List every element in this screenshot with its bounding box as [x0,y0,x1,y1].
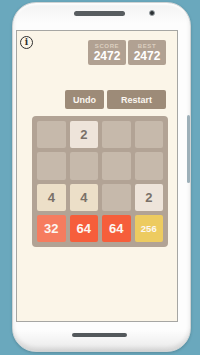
front-camera [149,10,155,16]
info-button[interactable]: i [20,36,33,49]
tile-64: 64 [102,215,131,242]
undo-button-label: Undo [73,95,96,105]
empty-cell [37,121,66,148]
tile-64: 64 [70,215,99,242]
score-box: SCORE 2472 [88,40,126,65]
restart-button[interactable]: Restart [107,90,166,109]
empty-cell [70,152,99,179]
phone-side-button [187,115,190,183]
bottom-speaker-bar [72,333,127,337]
tile-4: 4 [37,184,66,211]
game-screen: i SCORE 2472 BEST 2472 Undo Restart 2442… [16,30,178,322]
tile-4: 4 [70,184,99,211]
earpiece-speaker [74,11,125,16]
empty-cell [37,152,66,179]
empty-cell [135,121,164,148]
tile-2: 2 [135,184,164,211]
empty-cell [102,121,131,148]
empty-cell [102,184,131,211]
tile-32: 32 [37,215,66,242]
empty-cell [102,152,131,179]
info-icon: i [25,38,28,47]
game-board[interactable]: 2442326464256 [32,116,168,247]
restart-button-label: Restart [121,95,152,105]
empty-cell [135,152,164,179]
best-value: 2472 [134,50,161,62]
tile-2: 2 [70,121,99,148]
undo-button[interactable]: Undo [65,90,104,109]
app-background: i SCORE 2472 BEST 2472 Undo Restart 2442… [0,0,200,355]
tile-256: 256 [135,215,164,242]
best-box: BEST 2472 [128,40,166,65]
score-value: 2472 [94,50,121,62]
